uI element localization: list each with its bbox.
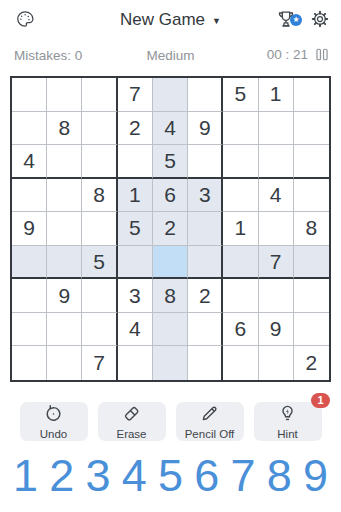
cell-r9c5[interactable] bbox=[153, 346, 188, 380]
cell-r7c2[interactable]: 9 bbox=[47, 279, 82, 313]
cell-r4c8[interactable]: 4 bbox=[259, 179, 294, 213]
cell-r8c6[interactable] bbox=[188, 313, 223, 347]
cell-r3c3[interactable] bbox=[82, 145, 117, 179]
hint-button[interactable]: Hint 1 bbox=[254, 402, 322, 441]
mistakes-counter: Mistakes: 0 bbox=[14, 48, 82, 63]
pencil-toggle-button[interactable]: Pencil Off bbox=[176, 402, 244, 441]
status-bar: Mistakes: 0 Medium 00 : 21 bbox=[0, 42, 341, 72]
cell-r6c1[interactable] bbox=[12, 246, 47, 280]
cell-r6c2[interactable] bbox=[47, 246, 82, 280]
page-title: New Game bbox=[120, 10, 205, 30]
cell-r6c6[interactable] bbox=[188, 246, 223, 280]
cell-r4c1[interactable] bbox=[12, 179, 47, 213]
cell-r1c2[interactable] bbox=[47, 78, 82, 112]
cell-r8c3[interactable] bbox=[82, 313, 117, 347]
cell-r9c2[interactable] bbox=[47, 346, 82, 380]
cell-r1c5[interactable] bbox=[153, 78, 188, 112]
cell-r7c9[interactable] bbox=[294, 279, 329, 313]
erase-button[interactable]: Erase bbox=[98, 402, 166, 441]
numpad-5[interactable]: 5 bbox=[158, 453, 183, 498]
hint-count-badge: 1 bbox=[311, 393, 329, 408]
numpad-1[interactable]: 1 bbox=[13, 453, 38, 498]
toolbar: Undo Erase Pencil Off bbox=[0, 402, 341, 441]
trophy-achievements-icon: ★ bbox=[275, 18, 297, 33]
numpad-6[interactable]: 6 bbox=[194, 453, 219, 498]
cell-r3c1[interactable]: 4 bbox=[12, 145, 47, 179]
numpad-7[interactable]: 7 bbox=[230, 453, 255, 498]
trophy-button[interactable]: ★ bbox=[275, 8, 297, 30]
cell-r9c4[interactable] bbox=[118, 346, 153, 380]
header: New Game ▼ ★ bbox=[0, 0, 341, 42]
cell-r1c8[interactable]: 1 bbox=[259, 78, 294, 112]
cell-r5c9[interactable]: 8 bbox=[294, 212, 329, 246]
new-game-dropdown[interactable]: New Game ▼ bbox=[120, 10, 221, 30]
cell-r7c8[interactable] bbox=[259, 279, 294, 313]
cell-r9c7[interactable] bbox=[223, 346, 258, 380]
cell-r7c7[interactable] bbox=[223, 279, 258, 313]
cell-r8c5[interactable] bbox=[153, 313, 188, 347]
cell-r1c3[interactable] bbox=[82, 78, 117, 112]
difficulty-label: Medium bbox=[146, 48, 194, 63]
cell-r9c1[interactable] bbox=[12, 346, 47, 380]
cell-r7c6[interactable]: 2 bbox=[188, 279, 223, 313]
cell-r5c3[interactable] bbox=[82, 212, 117, 246]
cell-r3c5[interactable]: 5 bbox=[153, 145, 188, 179]
timer: 00 : 21 bbox=[267, 47, 308, 62]
cell-r1c7[interactable]: 5 bbox=[223, 78, 258, 112]
cell-r8c2[interactable] bbox=[47, 313, 82, 347]
cell-r7c3[interactable] bbox=[82, 279, 117, 313]
eraser-icon bbox=[121, 403, 142, 427]
sudoku-grid: 751824945816349521857938246972 bbox=[10, 76, 331, 382]
cell-r1c1[interactable] bbox=[12, 78, 47, 112]
pause-button[interactable] bbox=[315, 47, 329, 62]
cell-r5c8[interactable] bbox=[259, 212, 294, 246]
cell-r3c4[interactable] bbox=[118, 145, 153, 179]
theme-palette-button[interactable] bbox=[15, 9, 35, 29]
erase-label: Erase bbox=[116, 428, 146, 440]
cell-r2c6[interactable]: 9 bbox=[188, 112, 223, 146]
settings-gear-icon bbox=[310, 17, 330, 32]
pencil-label: Pencil Off bbox=[185, 428, 235, 440]
trophy-star-badge: ★ bbox=[290, 14, 302, 26]
cell-r6c5[interactable] bbox=[153, 246, 188, 280]
cell-r2c7[interactable] bbox=[223, 112, 258, 146]
cell-r5c1[interactable]: 9 bbox=[12, 212, 47, 246]
cell-r4c6[interactable]: 3 bbox=[188, 179, 223, 213]
cell-r3c6[interactable] bbox=[188, 145, 223, 179]
cell-r4c7[interactable] bbox=[223, 179, 258, 213]
cell-r2c9[interactable] bbox=[294, 112, 329, 146]
cell-r6c9[interactable] bbox=[294, 246, 329, 280]
chevron-down-icon: ▼ bbox=[212, 14, 221, 26]
cell-r6c4[interactable] bbox=[118, 246, 153, 280]
cell-r2c4[interactable]: 2 bbox=[118, 112, 153, 146]
cell-r3c8[interactable] bbox=[259, 145, 294, 179]
numpad-3[interactable]: 3 bbox=[85, 453, 110, 498]
settings-button[interactable] bbox=[310, 9, 330, 29]
cell-r2c3[interactable] bbox=[82, 112, 117, 146]
undo-button[interactable]: Undo bbox=[20, 402, 88, 441]
cell-r3c9[interactable] bbox=[294, 145, 329, 179]
cell-r5c5[interactable]: 2 bbox=[153, 212, 188, 246]
pause-icon bbox=[315, 50, 329, 65]
cell-r1c9[interactable] bbox=[294, 78, 329, 112]
lightbulb-hint-icon bbox=[277, 403, 298, 427]
cell-r8c8[interactable]: 9 bbox=[259, 313, 294, 347]
cell-r3c7[interactable] bbox=[223, 145, 258, 179]
cell-r6c3[interactable]: 5 bbox=[82, 246, 117, 280]
cell-r2c2[interactable]: 8 bbox=[47, 112, 82, 146]
cell-r7c4[interactable]: 3 bbox=[118, 279, 153, 313]
cell-r3c2[interactable] bbox=[47, 145, 82, 179]
hint-label: Hint bbox=[277, 428, 297, 440]
cell-r1c6[interactable] bbox=[188, 78, 223, 112]
cell-r9c8[interactable] bbox=[259, 346, 294, 380]
cell-r9c6[interactable] bbox=[188, 346, 223, 380]
cell-r8c7[interactable]: 6 bbox=[223, 313, 258, 347]
numpad-2[interactable]: 2 bbox=[49, 453, 74, 498]
cell-r4c9[interactable] bbox=[294, 179, 329, 213]
cell-r5c6[interactable] bbox=[188, 212, 223, 246]
cell-r8c9[interactable] bbox=[294, 313, 329, 347]
cell-r4c2[interactable] bbox=[47, 179, 82, 213]
number-pad: 123456789 bbox=[0, 453, 341, 498]
pencil-icon bbox=[199, 403, 220, 427]
cell-r9c3[interactable]: 7 bbox=[82, 346, 117, 380]
undo-label: Undo bbox=[40, 428, 68, 440]
cell-r6c7[interactable] bbox=[223, 246, 258, 280]
undo-arrow-icon bbox=[43, 403, 64, 427]
numpad-8[interactable]: 8 bbox=[267, 453, 292, 498]
cell-r8c4[interactable]: 4 bbox=[118, 313, 153, 347]
numpad-4[interactable]: 4 bbox=[122, 453, 147, 498]
cell-r5c2[interactable] bbox=[47, 212, 82, 246]
cell-r2c1[interactable] bbox=[12, 112, 47, 146]
cell-r9c9[interactable]: 2 bbox=[294, 346, 329, 380]
cell-r4c5[interactable]: 6 bbox=[153, 179, 188, 213]
cell-r5c7[interactable]: 1 bbox=[223, 212, 258, 246]
numpad-9[interactable]: 9 bbox=[303, 453, 328, 498]
cell-r7c5[interactable]: 8 bbox=[153, 279, 188, 313]
theme-palette-icon bbox=[15, 17, 35, 32]
cell-r5c4[interactable]: 5 bbox=[118, 212, 153, 246]
cell-r4c4[interactable]: 1 bbox=[118, 179, 153, 213]
cell-r6c8[interactable]: 7 bbox=[259, 246, 294, 280]
cell-r2c8[interactable] bbox=[259, 112, 294, 146]
cell-r4c3[interactable]: 8 bbox=[82, 179, 117, 213]
cell-r8c1[interactable] bbox=[12, 313, 47, 347]
cell-r2c5[interactable]: 4 bbox=[153, 112, 188, 146]
cell-r7c1[interactable] bbox=[12, 279, 47, 313]
cell-r1c4[interactable]: 7 bbox=[118, 78, 153, 112]
